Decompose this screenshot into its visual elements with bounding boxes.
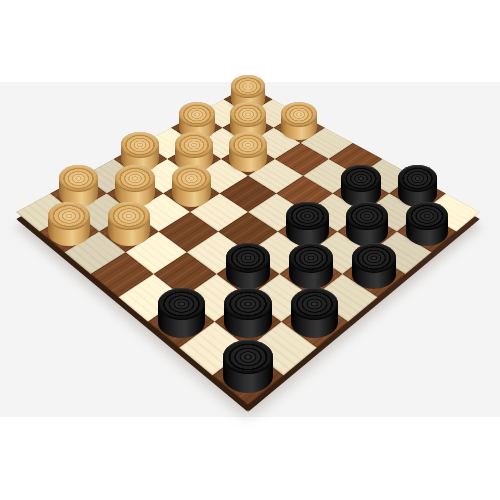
photo-background-band — [0, 82, 500, 417]
photo-stage — [0, 0, 500, 500]
